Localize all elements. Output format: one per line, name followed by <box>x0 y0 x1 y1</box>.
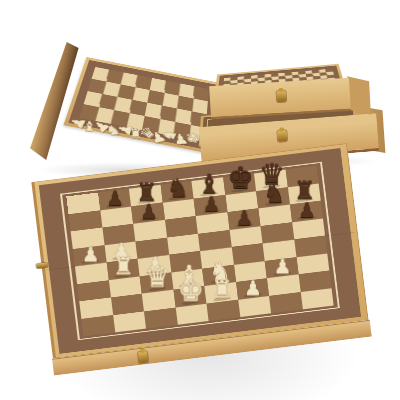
black-pawn-piece: ♟ <box>202 194 220 214</box>
white-pawn-piece: ♟ <box>81 244 99 264</box>
open-board-scene: ♟♜♞♝♚♛♟♟♞♜♟♟♟♟♜♟♛♝♞♟♚♜♟ <box>16 118 384 396</box>
white-queen-piece: ♛ <box>144 263 170 292</box>
clasp-icon <box>138 351 148 363</box>
square-g2 <box>267 274 300 295</box>
white-rook-piece: ♜ <box>211 277 233 301</box>
clasp-icon <box>277 91 287 103</box>
black-pawn-piece: ♟ <box>140 202 158 222</box>
black-pawn-piece: ♟ <box>236 208 254 228</box>
black-knight-piece: ♞ <box>167 175 189 200</box>
black-knight-piece: ♞ <box>263 181 285 206</box>
square-b4: ♜ <box>106 259 139 280</box>
black-pawn-piece: ♟ <box>298 200 316 220</box>
black-king-piece: ♚ <box>227 163 254 193</box>
square-g3: ♟ <box>265 257 298 278</box>
product-photo-canvas: ♟♝♟♞♟♜♛♟♞♟♚♟ ♟♜♞♝♚♛♟♟♞♜♟♟♟♟♜♟♛♝♞♟♚♜♟ <box>0 0 400 400</box>
white-pawn-piece: ♟ <box>244 277 262 297</box>
black-pawn-piece: ♟ <box>106 188 124 208</box>
white-rook-piece: ♜ <box>113 254 135 278</box>
white-king-piece: ♚ <box>177 275 204 305</box>
chess-board: ♟♜♞♝♚♛♟♟♞♜♟♟♟♟♜♟♛♝♞♟♚♜♟ <box>31 143 368 358</box>
square-h2 <box>298 271 331 292</box>
white-pawn-piece: ♟ <box>273 256 291 276</box>
